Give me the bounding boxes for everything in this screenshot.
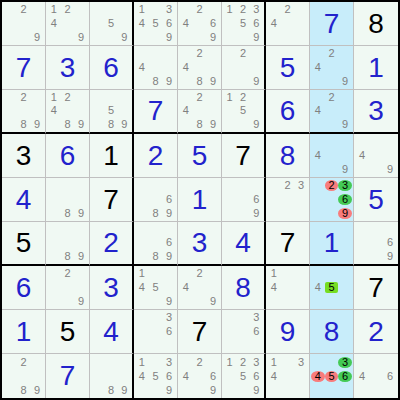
cell-r2c9[interactable]: 1	[354, 46, 398, 90]
candidate-4: 4	[311, 150, 325, 161]
solved-digit: 5	[280, 54, 296, 82]
cell-r3c7[interactable]: 6	[266, 90, 310, 134]
candidate-5: 5	[104, 18, 117, 29]
candidate-2: 2	[17, 357, 31, 368]
candidate-8: 8	[149, 76, 163, 87]
candidate-1: 1	[47, 92, 61, 103]
candidate-8: 8	[149, 208, 163, 219]
candidate-4-red-mark: 4	[311, 371, 325, 382]
cell-r3c3[interactable]: 589	[90, 90, 134, 134]
candidate-2: 2	[61, 268, 75, 279]
candidate-9: 9	[30, 32, 44, 43]
candidate-3: 3	[294, 357, 308, 368]
solved-digit: 5	[192, 142, 208, 170]
cell-r6c6[interactable]: 4	[222, 222, 266, 266]
candidate-9: 9	[118, 385, 131, 396]
candidate-4: 4	[311, 62, 325, 73]
candidate-9: 9	[162, 208, 176, 219]
candidate-2: 2	[236, 4, 249, 15]
solved-digit: 2	[368, 318, 384, 346]
candidate-8: 8	[104, 385, 117, 396]
solved-digit: 2	[103, 229, 119, 257]
solved-digit: 3	[192, 229, 208, 257]
solved-digit: 7	[60, 362, 76, 390]
cell-r4c9[interactable]: 49	[354, 134, 398, 178]
cell-r6c5[interactable]: 3	[178, 222, 222, 266]
solved-digit: 8	[280, 142, 296, 170]
sudoku-board: 2912495913456924691235692478736489248929…	[0, 0, 400, 400]
candidate-9: 9	[338, 119, 352, 130]
candidate-4: 4	[179, 62, 193, 73]
candidate-8: 8	[104, 119, 117, 130]
candidate-2: 2	[17, 92, 31, 103]
candidate-9: 9	[250, 119, 263, 130]
candidate-6: 6	[162, 326, 176, 337]
candidate-9: 9	[118, 32, 131, 43]
solved-digit: 7	[148, 97, 164, 125]
solved-digit: 2	[148, 142, 164, 170]
candidate-6: 6	[162, 194, 176, 205]
candidate-3-green-mark: 3	[338, 357, 352, 368]
candidate-9: 9	[30, 385, 44, 396]
cell-r8c7[interactable]: 9	[266, 310, 310, 354]
cell-r3c8[interactable]: 249	[310, 90, 354, 134]
candidate-4: 4	[47, 18, 61, 29]
candidate-6: 6	[162, 371, 176, 382]
candidate-4: 4	[135, 18, 149, 29]
candidate-5-square-mark: 5	[325, 282, 339, 293]
cell-r6c2[interactable]: 89	[46, 222, 90, 266]
cell-r9c9[interactable]: 46	[354, 354, 398, 398]
solved-digit: 3	[60, 54, 76, 82]
candidate-5: 5	[149, 282, 163, 293]
candidate-5-red-mark: 5	[325, 371, 339, 382]
cell-r7c2[interactable]: 29	[46, 266, 90, 310]
cell-r2c5[interactable]: 2489	[178, 46, 222, 90]
candidate-2: 2	[236, 48, 249, 59]
cell-r7c5[interactable]: 249	[178, 266, 222, 310]
cell-r4c1[interactable]: 3	[2, 134, 46, 178]
candidate-2: 2	[281, 4, 295, 15]
solved-digit: 9	[280, 318, 296, 346]
given-digit: 7	[103, 186, 119, 214]
cell-r5c2[interactable]: 89	[46, 178, 90, 222]
solved-digit: 3	[103, 274, 119, 302]
solved-digit: 5	[368, 186, 384, 214]
cell-r2c1[interactable]: 7	[2, 46, 46, 90]
candidate-9: 9	[383, 251, 397, 262]
candidate-4: 4	[355, 371, 369, 382]
cell-r3c9[interactable]: 3	[354, 90, 398, 134]
candidate-3: 3	[250, 357, 263, 368]
candidate-4: 4	[311, 282, 325, 293]
candidate-5: 5	[104, 105, 117, 116]
candidate-2: 2	[61, 92, 75, 103]
candidate-9: 9	[74, 296, 88, 307]
candidate-8: 8	[193, 76, 207, 87]
candidate-9: 9	[206, 385, 220, 396]
cell-r9c5[interactable]: 2469	[178, 354, 222, 398]
candidate-1: 1	[223, 357, 236, 368]
candidate-5: 5	[149, 371, 163, 382]
given-digit: 3	[16, 142, 32, 170]
candidate-9: 9	[162, 385, 176, 396]
cell-r8c1[interactable]: 1	[2, 310, 46, 354]
candidate-6: 6	[206, 18, 220, 29]
candidate-5: 5	[236, 371, 249, 382]
candidate-9: 9	[338, 164, 352, 175]
candidate-8: 8	[17, 119, 31, 130]
candidate-4: 4	[267, 282, 281, 293]
candidate-5: 5	[236, 105, 249, 116]
candidate-3: 3	[162, 4, 176, 15]
cell-r6c1[interactable]: 5	[2, 222, 46, 266]
candidate-4: 4	[267, 18, 281, 29]
cell-r6c3[interactable]: 2	[90, 222, 134, 266]
candidate-9: 9	[250, 208, 263, 219]
candidate-9: 9	[338, 76, 352, 87]
cell-r7c1[interactable]: 6	[2, 266, 46, 310]
solved-digit: 1	[368, 54, 384, 82]
cell-r5c4[interactable]: 689	[134, 178, 178, 222]
candidate-1: 1	[135, 4, 149, 15]
cell-r4c3[interactable]: 1	[90, 134, 134, 178]
cell-r5c3[interactable]: 7	[90, 178, 134, 222]
candidate-9: 9	[74, 251, 88, 262]
cell-r7c9[interactable]: 7	[354, 266, 398, 310]
cell-r1c6[interactable]: 123569	[222, 2, 266, 46]
cell-r8c6[interactable]: 36	[222, 310, 266, 354]
cell-r7c3[interactable]: 3	[90, 266, 134, 310]
candidate-9: 9	[250, 32, 263, 43]
solved-digit: 8	[235, 274, 251, 302]
candidate-9: 9	[74, 208, 88, 219]
candidate-4: 4	[47, 105, 61, 116]
cell-r1c8[interactable]: 7	[310, 2, 354, 46]
candidate-9-red-mark: 9	[338, 208, 352, 219]
cell-r4c4[interactable]: 2	[134, 134, 178, 178]
candidate-4: 4	[135, 282, 149, 293]
cell-r2c3[interactable]: 6	[90, 46, 134, 90]
candidate-2: 2	[325, 48, 339, 59]
cell-r1c5[interactable]: 2469	[178, 2, 222, 46]
candidate-4: 4	[179, 105, 193, 116]
solved-digit: 6	[280, 97, 296, 125]
solved-digit: 6	[60, 142, 76, 170]
candidate-8: 8	[149, 251, 163, 262]
candidate-6: 6	[250, 194, 263, 205]
candidate-3: 3	[250, 312, 263, 323]
candidate-2: 2	[281, 180, 295, 191]
candidate-1: 1	[135, 357, 149, 368]
given-digit: 1	[103, 142, 119, 170]
candidate-6: 6	[250, 371, 263, 382]
candidate-9: 9	[162, 32, 176, 43]
cell-r1c3[interactable]: 59	[90, 2, 134, 46]
candidate-2: 2	[193, 92, 207, 103]
candidate-3: 3	[162, 357, 176, 368]
cell-r4c8[interactable]: 49	[310, 134, 354, 178]
cell-r4c6[interactable]: 7	[222, 134, 266, 178]
cell-r4c7[interactable]: 8	[266, 134, 310, 178]
given-digit: 7	[280, 229, 296, 257]
candidate-2: 2	[17, 4, 31, 15]
candidate-9: 9	[30, 119, 44, 130]
cell-r2c7[interactable]: 5	[266, 46, 310, 90]
candidate-1: 1	[267, 357, 281, 368]
cell-r7c6[interactable]: 8	[222, 266, 266, 310]
candidate-9: 9	[250, 76, 263, 87]
cell-r8c9[interactable]: 2	[354, 310, 398, 354]
cell-r7c4[interactable]: 1459	[134, 266, 178, 310]
candidate-8: 8	[17, 385, 31, 396]
cell-r2c4[interactable]: 489	[134, 46, 178, 90]
cell-r4c5[interactable]: 5	[178, 134, 222, 178]
solved-digit: 4	[235, 229, 251, 257]
candidate-4: 4	[311, 105, 325, 116]
cell-r6c7[interactable]: 7	[266, 222, 310, 266]
given-digit: 7	[235, 142, 251, 170]
cell-r1c7[interactable]: 24	[266, 2, 310, 46]
candidate-4: 4	[179, 282, 193, 293]
cell-r2c2[interactable]: 3	[46, 46, 90, 90]
candidate-9: 9	[162, 296, 176, 307]
cell-r7c8[interactable]: 45	[310, 266, 354, 310]
cell-r5c7[interactable]: 23	[266, 178, 310, 222]
cell-r3c2[interactable]: 12489	[46, 90, 90, 134]
candidate-1: 1	[135, 268, 149, 279]
solved-digit: 8	[324, 318, 340, 346]
cell-r9c7[interactable]: 134	[266, 354, 310, 398]
solved-digit: 4	[103, 318, 119, 346]
candidate-2: 2	[193, 268, 207, 279]
cell-r8c5[interactable]: 7	[178, 310, 222, 354]
given-digit: 5	[16, 229, 32, 257]
cell-r1c2[interactable]: 1249	[46, 2, 90, 46]
candidate-6: 6	[206, 371, 220, 382]
candidate-9: 9	[118, 119, 131, 130]
cell-r9c6[interactable]: 123569	[222, 354, 266, 398]
cell-r2c8[interactable]: 249	[310, 46, 354, 90]
candidate-5: 5	[236, 18, 249, 29]
candidate-6: 6	[250, 326, 263, 337]
candidate-5: 5	[149, 18, 163, 29]
cell-r6c8[interactable]: 1	[310, 222, 354, 266]
candidate-9: 9	[74, 32, 88, 43]
candidate-2: 2	[236, 357, 249, 368]
cell-r1c1[interactable]: 29	[2, 2, 46, 46]
candidate-6: 6	[250, 18, 263, 29]
candidate-1: 1	[223, 92, 236, 103]
cell-r5c8[interactable]: 2369	[310, 178, 354, 222]
cell-r4c2[interactable]: 6	[46, 134, 90, 178]
candidate-9: 9	[162, 251, 176, 262]
cell-r9c8[interactable]: 3456	[310, 354, 354, 398]
cell-r3c1[interactable]: 289	[2, 90, 46, 134]
solved-digit: 7	[324, 10, 340, 38]
candidate-1: 1	[267, 268, 281, 279]
candidate-9: 9	[206, 76, 220, 87]
cell-r6c9[interactable]: 69	[354, 222, 398, 266]
cell-r5c6[interactable]: 69	[222, 178, 266, 222]
cell-r8c2[interactable]: 5	[46, 310, 90, 354]
solved-digit: 1	[192, 186, 208, 214]
candidate-9: 9	[250, 385, 263, 396]
solved-digit: 6	[103, 54, 119, 82]
cell-r2c6[interactable]: 29	[222, 46, 266, 90]
cell-r5c1[interactable]: 4	[2, 178, 46, 222]
cell-r8c3[interactable]: 4	[90, 310, 134, 354]
cell-r5c9[interactable]: 5	[354, 178, 398, 222]
candidate-6-green-mark: 6	[338, 371, 352, 382]
solved-digit: 3	[368, 97, 384, 125]
candidate-2: 2	[61, 4, 75, 15]
cell-r1c4[interactable]: 134569	[134, 2, 178, 46]
solved-digit: 6	[16, 274, 32, 302]
candidate-3: 3	[294, 180, 308, 191]
cell-r9c4[interactable]: 134569	[134, 354, 178, 398]
cell-r1c9[interactable]: 8	[354, 2, 398, 46]
candidate-4: 4	[355, 150, 369, 161]
candidate-9: 9	[206, 119, 220, 130]
candidate-4: 4	[135, 62, 149, 73]
candidate-6: 6	[383, 237, 397, 248]
candidate-1: 1	[223, 4, 236, 15]
candidate-4: 4	[179, 18, 193, 29]
candidate-4: 4	[135, 371, 149, 382]
given-digit: 7	[192, 318, 208, 346]
cell-r3c4[interactable]: 7	[134, 90, 178, 134]
candidate-2: 2	[236, 92, 249, 103]
candidate-3: 3	[250, 4, 263, 15]
solved-digit: 4	[16, 186, 32, 214]
given-digit: 8	[368, 10, 384, 38]
candidate-9: 9	[74, 119, 88, 130]
cell-r9c3[interactable]: 89	[90, 354, 134, 398]
candidate-1: 1	[47, 4, 61, 15]
candidate-3-green-mark: 3	[338, 180, 352, 191]
candidate-2: 2	[325, 92, 339, 103]
cell-r5c5[interactable]: 1	[178, 178, 222, 222]
candidate-6: 6	[383, 371, 397, 382]
candidate-4: 4	[267, 371, 281, 382]
candidate-9: 9	[206, 296, 220, 307]
candidate-2: 2	[193, 48, 207, 59]
cell-r9c2[interactable]: 7	[46, 354, 90, 398]
candidate-8: 8	[61, 208, 75, 219]
candidate-6: 6	[162, 18, 176, 29]
given-digit: 7	[368, 274, 384, 302]
candidate-9: 9	[383, 164, 397, 175]
solved-digit: 1	[324, 229, 340, 257]
candidate-3: 3	[162, 312, 176, 323]
solved-digit: 7	[16, 54, 32, 82]
cell-r8c8[interactable]: 8	[310, 310, 354, 354]
candidate-8: 8	[61, 119, 75, 130]
candidate-8: 8	[61, 251, 75, 262]
given-digit: 5	[60, 318, 76, 346]
cell-r9c1[interactable]: 289	[2, 354, 46, 398]
candidate-6-green-mark: 6	[338, 194, 352, 205]
candidate-2-red-mark: 2	[325, 180, 339, 191]
candidate-9: 9	[162, 76, 176, 87]
cell-r7c7[interactable]: 14	[266, 266, 310, 310]
cell-r3c6[interactable]: 1259	[222, 90, 266, 134]
candidate-9: 9	[206, 32, 220, 43]
candidate-6: 6	[162, 237, 176, 248]
candidate-4: 4	[179, 371, 193, 382]
solved-digit: 1	[16, 318, 32, 346]
candidate-2: 2	[193, 357, 207, 368]
candidate-8: 8	[193, 119, 207, 130]
candidate-2: 2	[193, 4, 207, 15]
cell-r8c4[interactable]: 36	[134, 310, 178, 354]
cell-r3c5[interactable]: 2489	[178, 90, 222, 134]
cell-r6c4[interactable]: 689	[134, 222, 178, 266]
